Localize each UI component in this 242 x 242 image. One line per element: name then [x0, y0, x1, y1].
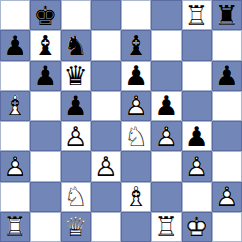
square-a2[interactable]	[0, 182, 30, 212]
square-d3[interactable]: ♟♙	[91, 151, 121, 181]
square-d1[interactable]	[91, 212, 121, 242]
piece-glyph-fill: ♙	[30, 61, 60, 91]
square-h3[interactable]	[212, 151, 242, 181]
piece-glyph-outline: ♟	[0, 30, 30, 60]
square-e6[interactable]: ♙♟	[121, 61, 151, 91]
square-f4[interactable]: ♟♙	[151, 121, 181, 151]
square-b1[interactable]	[30, 212, 60, 242]
square-g1[interactable]: ♚♔	[182, 212, 212, 242]
square-a7[interactable]: ♙♟	[0, 30, 30, 60]
square-d6[interactable]	[91, 61, 121, 91]
piece-glyph-fill: ♟	[61, 121, 91, 151]
piece-glyph-outline: ♙	[121, 91, 151, 121]
square-e4[interactable]: ♞♘	[121, 121, 151, 151]
square-a8[interactable]	[0, 0, 30, 30]
piece-glyph-outline: ♝	[30, 30, 60, 60]
square-c1[interactable]: ♛♕	[61, 212, 91, 242]
square-a6[interactable]	[0, 61, 30, 91]
square-e2[interactable]: ♝♗	[121, 182, 151, 212]
square-h2[interactable]: ♟♙	[212, 182, 242, 212]
square-f1[interactable]: ♜♖	[151, 212, 181, 242]
piece-white-pawn: ♟♙	[0, 151, 30, 181]
piece-white-king: ♚♔	[182, 212, 212, 242]
square-h4[interactable]	[212, 121, 242, 151]
square-b3[interactable]	[30, 151, 60, 181]
piece-glyph-fill: ♞	[121, 121, 151, 151]
piece-black-pawn: ♙♟	[30, 61, 60, 91]
piece-glyph-fill: ♔	[30, 0, 60, 30]
piece-glyph-fill: ♗	[121, 30, 151, 60]
piece-white-pawn: ♟♙	[121, 91, 151, 121]
square-b5[interactable]	[30, 91, 60, 121]
square-h1[interactable]	[212, 212, 242, 242]
square-b7[interactable]: ♗♝	[30, 30, 60, 60]
square-c3[interactable]	[61, 151, 91, 181]
square-d8[interactable]	[91, 0, 121, 30]
piece-white-bishop: ♝♗	[0, 91, 30, 121]
square-d2[interactable]	[91, 182, 121, 212]
square-g4[interactable]: ♙♟	[182, 121, 212, 151]
piece-glyph-outline: ♙	[61, 121, 91, 151]
piece-white-pawn: ♟♙	[182, 151, 212, 181]
square-e8[interactable]	[121, 0, 151, 30]
square-a1[interactable]: ♜♖	[0, 212, 30, 242]
piece-glyph-outline: ♟	[61, 91, 91, 121]
piece-glyph-outline: ♟	[151, 91, 181, 121]
piece-glyph-outline: ♟	[182, 121, 212, 151]
piece-glyph-outline: ♝	[121, 30, 151, 60]
piece-white-bishop: ♝♗	[121, 182, 151, 212]
piece-glyph-fill: ♟	[212, 182, 242, 212]
square-c4[interactable]: ♟♙	[61, 121, 91, 151]
square-f8[interactable]	[151, 0, 181, 30]
piece-black-bishop: ♗♝	[121, 30, 151, 60]
square-c8[interactable]	[61, 0, 91, 30]
square-h6[interactable]: ♙♟	[212, 61, 242, 91]
piece-glyph-fill: ♟	[151, 121, 181, 151]
piece-black-pawn: ♙♟	[151, 91, 181, 121]
piece-glyph-fill: ♟	[0, 151, 30, 181]
piece-glyph-outline: ♕	[61, 212, 91, 242]
square-e1[interactable]	[121, 212, 151, 242]
square-e5[interactable]: ♟♙	[121, 91, 151, 121]
piece-glyph-outline: ♙	[212, 182, 242, 212]
piece-glyph-fill: ♜	[182, 0, 212, 30]
piece-black-knight: ♘♞	[61, 30, 91, 60]
piece-black-pawn: ♙♟	[182, 121, 212, 151]
square-f7[interactable]	[151, 30, 181, 60]
piece-glyph-outline: ♖	[182, 0, 212, 30]
piece-glyph-outline: ♖	[151, 212, 181, 242]
piece-glyph-fill: ♛	[61, 212, 91, 242]
piece-glyph-outline: ♙	[0, 151, 30, 181]
piece-glyph-outline: ♖	[0, 212, 30, 242]
piece-glyph-fill: ♝	[0, 91, 30, 121]
piece-white-rook: ♜♖	[182, 0, 212, 30]
piece-glyph-fill: ♙	[61, 91, 91, 121]
piece-white-rook: ♜♖	[151, 212, 181, 242]
piece-glyph-fill: ♗	[30, 30, 60, 60]
piece-glyph-fill: ♙	[0, 30, 30, 60]
square-g6[interactable]	[182, 61, 212, 91]
piece-glyph-fill: ♙	[151, 91, 181, 121]
square-e3[interactable]	[121, 151, 151, 181]
piece-glyph-fill: ♕	[61, 61, 91, 91]
piece-white-pawn: ♟♙	[212, 182, 242, 212]
piece-glyph-outline: ♞	[61, 30, 91, 60]
square-e7[interactable]: ♗♝	[121, 30, 151, 60]
piece-white-pawn: ♟♙	[91, 151, 121, 181]
piece-black-pawn: ♙♟	[121, 61, 151, 91]
square-h8[interactable]: ♖♜	[212, 0, 242, 30]
square-b4[interactable]	[30, 121, 60, 151]
piece-glyph-fill: ♙	[212, 61, 242, 91]
square-h7[interactable]	[212, 30, 242, 60]
piece-glyph-outline: ♔	[182, 212, 212, 242]
square-a5[interactable]: ♝♗	[0, 91, 30, 121]
piece-glyph-fill: ♚	[182, 212, 212, 242]
chess-board: ♔♚♜♖♖♜♙♟♗♝♘♞♗♝♙♟♕♛♙♟♙♟♝♗♙♟♟♙♙♟♟♙♞♘♟♙♙♟♟♙…	[0, 0, 242, 242]
piece-glyph-fill: ♝	[121, 182, 151, 212]
piece-black-queen: ♕♛	[61, 61, 91, 91]
piece-white-knight: ♞♘	[61, 182, 91, 212]
piece-glyph-fill: ♟	[121, 91, 151, 121]
piece-white-rook: ♜♖	[0, 212, 30, 242]
piece-glyph-outline: ♙	[91, 151, 121, 181]
square-g5[interactable]	[182, 91, 212, 121]
square-c2[interactable]: ♞♘	[61, 182, 91, 212]
square-b2[interactable]	[30, 182, 60, 212]
piece-glyph-outline: ♙	[151, 121, 181, 151]
piece-glyph-fill: ♙	[182, 121, 212, 151]
piece-glyph-outline: ♘	[121, 121, 151, 151]
square-a3[interactable]: ♟♙	[0, 151, 30, 181]
square-f3[interactable]	[151, 151, 181, 181]
piece-white-pawn: ♟♙	[151, 121, 181, 151]
square-d5[interactable]	[91, 91, 121, 121]
piece-glyph-fill: ♟	[91, 151, 121, 181]
piece-glyph-outline: ♜	[212, 0, 242, 30]
piece-white-queen: ♛♕	[61, 212, 91, 242]
piece-glyph-outline: ♛	[61, 61, 91, 91]
piece-glyph-outline: ♟	[212, 61, 242, 91]
square-g8[interactable]: ♜♖	[182, 0, 212, 30]
square-g2[interactable]	[182, 182, 212, 212]
square-g3[interactable]: ♟♙	[182, 151, 212, 181]
square-b8[interactable]: ♔♚	[30, 0, 60, 30]
square-d7[interactable]	[91, 30, 121, 60]
square-h5[interactable]	[212, 91, 242, 121]
square-g7[interactable]	[182, 30, 212, 60]
square-c6[interactable]: ♕♛	[61, 61, 91, 91]
piece-white-pawn: ♟♙	[61, 121, 91, 151]
piece-glyph-outline: ♗	[0, 91, 30, 121]
piece-glyph-outline: ♟	[30, 61, 60, 91]
piece-glyph-outline: ♘	[61, 182, 91, 212]
piece-black-bishop: ♗♝	[30, 30, 60, 60]
piece-black-pawn: ♙♟	[212, 61, 242, 91]
piece-black-king: ♔♚	[30, 0, 60, 30]
square-f6[interactable]	[151, 61, 181, 91]
piece-glyph-outline: ♙	[182, 151, 212, 181]
piece-glyph-fill: ♜	[0, 212, 30, 242]
piece-white-knight: ♞♘	[121, 121, 151, 151]
piece-glyph-fill: ♜	[151, 212, 181, 242]
piece-glyph-fill: ♞	[61, 182, 91, 212]
square-c7[interactable]: ♘♞	[61, 30, 91, 60]
piece-glyph-fill: ♖	[212, 0, 242, 30]
piece-glyph-outline: ♚	[30, 0, 60, 30]
square-d4[interactable]	[91, 121, 121, 151]
square-c5[interactable]: ♙♟	[61, 91, 91, 121]
piece-glyph-fill: ♟	[182, 151, 212, 181]
square-b6[interactable]: ♙♟	[30, 61, 60, 91]
piece-black-pawn: ♙♟	[0, 30, 30, 60]
square-f2[interactable]	[151, 182, 181, 212]
piece-black-rook: ♖♜	[212, 0, 242, 30]
square-a4[interactable]	[0, 121, 30, 151]
piece-glyph-fill: ♘	[61, 30, 91, 60]
piece-black-pawn: ♙♟	[61, 91, 91, 121]
square-f5[interactable]: ♙♟	[151, 91, 181, 121]
piece-glyph-fill: ♙	[121, 61, 151, 91]
piece-glyph-outline: ♟	[121, 61, 151, 91]
piece-glyph-outline: ♗	[121, 182, 151, 212]
